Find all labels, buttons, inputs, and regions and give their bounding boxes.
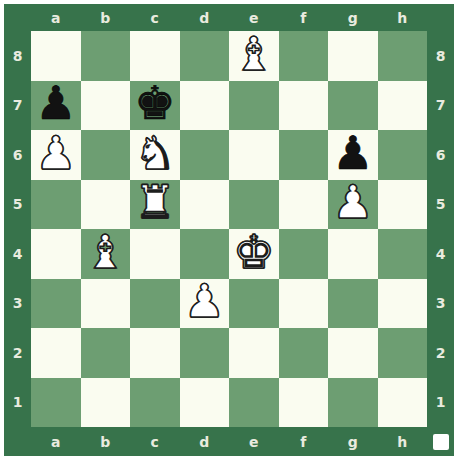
file-label-top-d: d (180, 4, 230, 31)
file-label-bottom-a-label: a (51, 435, 60, 449)
square-d4[interactable] (180, 229, 230, 279)
rank-label-left-5: 5 (4, 180, 31, 230)
rank-label-right-6: 6 (427, 130, 454, 180)
square-a3[interactable] (31, 279, 81, 329)
file-label-top-c-label: c (151, 11, 159, 25)
file-label-bottom-h: h (378, 427, 428, 456)
square-c8[interactable] (130, 31, 180, 81)
rank-label-right-1: 1 (427, 378, 454, 428)
file-label-top-b: b (81, 4, 131, 31)
file-label-top-b-label: b (100, 11, 110, 25)
square-b7[interactable] (81, 81, 131, 131)
square-h4[interactable] (378, 229, 428, 279)
file-label-bottom-b: b (81, 427, 131, 456)
rank-label-right-3: 3 (427, 279, 454, 329)
square-f3[interactable] (279, 279, 329, 329)
file-label-top-h-label: h (397, 11, 407, 25)
square-g4[interactable] (328, 229, 378, 279)
square-f7[interactable] (279, 81, 329, 131)
square-f8[interactable] (279, 31, 329, 81)
white-knight[interactable]: ♞ (134, 130, 175, 176)
rank-label-right-3-label: 3 (436, 296, 446, 310)
border-corner-top-right (427, 4, 454, 31)
rank-label-left-2-label: 2 (13, 346, 23, 360)
file-label-bottom-h-label: h (397, 435, 407, 449)
page: abcdefgh8♝87♟♚76♟♞♟65♜♟54♝♚43♟32211abcde… (0, 0, 458, 460)
rank-label-right-2: 2 (427, 328, 454, 378)
square-a1[interactable] (31, 378, 81, 428)
rank-label-left-8-label: 8 (13, 49, 23, 63)
square-g7[interactable] (328, 81, 378, 131)
square-g8[interactable] (328, 31, 378, 81)
white-bishop[interactable]: ♝ (233, 31, 274, 77)
square-e4[interactable]: ♚ (229, 229, 279, 279)
white-pawn[interactable]: ♟ (184, 279, 225, 325)
file-label-bottom-b-label: b (100, 435, 110, 449)
square-d6[interactable] (180, 130, 230, 180)
square-b8[interactable] (81, 31, 131, 81)
white-pawn[interactable]: ♟ (332, 180, 373, 226)
rank-label-left-5-label: 5 (13, 197, 23, 211)
file-label-bottom-f: f (279, 427, 329, 456)
rank-label-left-3: 3 (4, 279, 31, 329)
file-label-bottom-g-label: g (348, 435, 358, 449)
square-e1[interactable] (229, 378, 279, 428)
square-c6[interactable]: ♞ (130, 130, 180, 180)
rank-label-left-8: 8 (4, 31, 31, 81)
square-a4[interactable] (31, 229, 81, 279)
black-pawn[interactable]: ♟ (332, 130, 373, 176)
rank-label-right-5: 5 (427, 180, 454, 230)
square-h6[interactable] (378, 130, 428, 180)
file-label-top-e: e (229, 4, 279, 31)
border-corner-top-left (4, 4, 31, 31)
rank-label-left-3-label: 3 (13, 296, 23, 310)
square-d7[interactable] (180, 81, 230, 131)
square-h2[interactable] (378, 328, 428, 378)
square-h3[interactable] (378, 279, 428, 329)
file-label-bottom-d-label: d (199, 435, 209, 449)
file-label-top-f-label: f (300, 11, 306, 25)
square-b2[interactable] (81, 328, 131, 378)
file-label-top-c: c (130, 4, 180, 31)
file-label-bottom-a: a (31, 427, 81, 456)
file-label-bottom-c-label: c (151, 435, 159, 449)
rank-label-right-4-label: 4 (436, 247, 446, 261)
square-b4[interactable]: ♝ (81, 229, 131, 279)
square-f5[interactable] (279, 180, 329, 230)
white-to-move-indicator (433, 434, 449, 450)
square-b1[interactable] (81, 378, 131, 428)
border-corner-bottom-left (4, 427, 31, 456)
file-label-top-a-label: a (51, 11, 60, 25)
square-a2[interactable] (31, 328, 81, 378)
square-d3[interactable]: ♟ (180, 279, 230, 329)
square-c2[interactable] (130, 328, 180, 378)
file-label-top-g: g (328, 4, 378, 31)
chessboard: abcdefgh8♝87♟♚76♟♞♟65♜♟54♝♚43♟32211abcde… (4, 4, 454, 456)
square-e2[interactable] (229, 328, 279, 378)
file-label-top-e-label: e (249, 11, 259, 25)
rank-label-left-4: 4 (4, 229, 31, 279)
square-d2[interactable] (180, 328, 230, 378)
square-e6[interactable] (229, 130, 279, 180)
file-label-bottom-d: d (180, 427, 230, 456)
rank-label-left-7-label: 7 (13, 98, 23, 112)
rank-label-left-6-label: 6 (13, 148, 23, 162)
rank-label-right-8-label: 8 (436, 49, 446, 63)
file-label-top-a: a (31, 4, 81, 31)
square-h8[interactable] (378, 31, 428, 81)
square-e8[interactable]: ♝ (229, 31, 279, 81)
square-e5[interactable] (229, 180, 279, 230)
rank-label-left-6: 6 (4, 130, 31, 180)
square-a7[interactable]: ♟ (31, 81, 81, 131)
square-d1[interactable] (180, 378, 230, 428)
file-label-top-f: f (279, 4, 329, 31)
rank-label-right-7: 7 (427, 81, 454, 131)
square-b3[interactable] (81, 279, 131, 329)
square-g5[interactable]: ♟ (328, 180, 378, 230)
file-label-top-h: h (378, 4, 428, 31)
black-pawn[interactable]: ♟ (35, 81, 76, 127)
square-g6[interactable]: ♟ (328, 130, 378, 180)
square-h5[interactable] (378, 180, 428, 230)
rank-label-left-2: 2 (4, 328, 31, 378)
rank-label-right-6-label: 6 (436, 148, 446, 162)
rank-label-right-5-label: 5 (436, 197, 446, 211)
square-c5[interactable]: ♜ (130, 180, 180, 230)
square-b6[interactable] (81, 130, 131, 180)
square-d5[interactable] (180, 180, 230, 230)
file-label-top-d-label: d (199, 11, 209, 25)
square-a6[interactable]: ♟ (31, 130, 81, 180)
square-c4[interactable] (130, 229, 180, 279)
square-e7[interactable] (229, 81, 279, 131)
file-label-bottom-c: c (130, 427, 180, 456)
border-corner-bottom-right (427, 427, 454, 456)
square-f6[interactable] (279, 130, 329, 180)
file-label-bottom-e: e (229, 427, 279, 456)
rank-label-left-7: 7 (4, 81, 31, 131)
square-a5[interactable] (31, 180, 81, 230)
white-bishop[interactable]: ♝ (85, 229, 126, 275)
square-d8[interactable] (180, 31, 230, 81)
square-f1[interactable] (279, 378, 329, 428)
rank-label-right-4: 4 (427, 229, 454, 279)
square-g2[interactable] (328, 328, 378, 378)
rank-label-left-1: 1 (4, 378, 31, 428)
white-pawn[interactable]: ♟ (35, 130, 76, 176)
square-c1[interactable] (130, 378, 180, 428)
rank-label-right-7-label: 7 (436, 98, 446, 112)
square-f4[interactable] (279, 229, 329, 279)
square-f2[interactable] (279, 328, 329, 378)
rank-label-right-8: 8 (427, 31, 454, 81)
square-e3[interactable] (229, 279, 279, 329)
file-label-bottom-g: g (328, 427, 378, 456)
rank-label-right-1-label: 1 (436, 395, 446, 409)
square-g1[interactable] (328, 378, 378, 428)
square-h7[interactable] (378, 81, 428, 131)
white-rook[interactable]: ♜ (134, 180, 175, 226)
white-king[interactable]: ♚ (233, 229, 274, 275)
file-label-top-g-label: g (348, 11, 358, 25)
rank-label-left-4-label: 4 (13, 247, 23, 261)
square-g3[interactable] (328, 279, 378, 329)
square-b5[interactable] (81, 180, 131, 230)
square-c3[interactable] (130, 279, 180, 329)
file-label-bottom-f-label: f (300, 435, 306, 449)
file-label-bottom-e-label: e (249, 435, 259, 449)
square-a8[interactable] (31, 31, 81, 81)
square-c7[interactable]: ♚ (130, 81, 180, 131)
square-h1[interactable] (378, 378, 428, 428)
rank-label-left-1-label: 1 (13, 395, 23, 409)
rank-label-right-2-label: 2 (436, 346, 446, 360)
black-king[interactable]: ♚ (134, 81, 175, 127)
